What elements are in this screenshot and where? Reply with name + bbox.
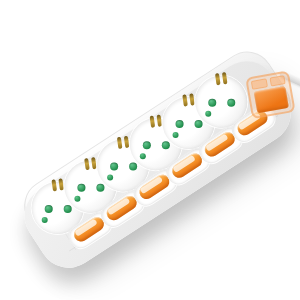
- product-photo: [0, 0, 300, 300]
- socket-hole-left: [45, 205, 53, 213]
- earth-clip: [117, 136, 130, 149]
- sockets-row: [16, 43, 255, 198]
- power-indicator-dot: [74, 196, 80, 202]
- power-indicator-dot: [140, 153, 146, 159]
- earth-clip: [215, 72, 228, 85]
- hinge-cell: [269, 75, 286, 87]
- socket-hole-left: [143, 141, 151, 149]
- socket-hole-left: [208, 99, 216, 107]
- socket-hole-left: [110, 162, 118, 170]
- master-switch-cover: [245, 70, 296, 119]
- socket-hole-right: [227, 99, 235, 107]
- socket-hole-left: [77, 184, 85, 192]
- power-strip: [14, 42, 300, 269]
- power-indicator-dot: [107, 174, 113, 180]
- hinge-cell: [251, 78, 268, 90]
- power-indicator-dot: [173, 132, 179, 138]
- earth-clip: [150, 114, 163, 127]
- earth-clip: [51, 178, 64, 191]
- power-indicator-dot: [42, 217, 48, 223]
- power-indicator-dot: [205, 111, 211, 117]
- earth-clip: [182, 93, 195, 106]
- socket-hole-left: [176, 120, 184, 128]
- master-switch-key: [254, 86, 289, 113]
- earth-clip: [84, 157, 97, 170]
